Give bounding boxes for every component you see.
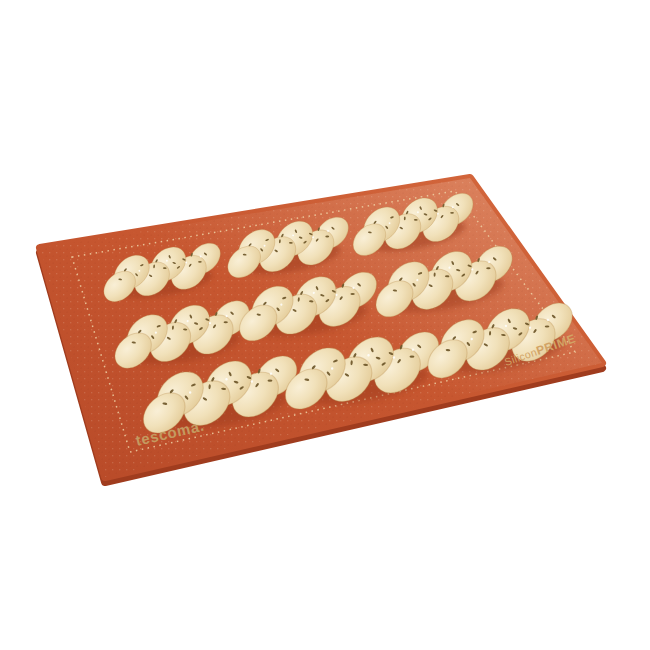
product-photo: tescoma. SiliconPRIME [0,0,650,650]
baking-mat-scene: tescoma. SiliconPRIME [0,0,650,650]
